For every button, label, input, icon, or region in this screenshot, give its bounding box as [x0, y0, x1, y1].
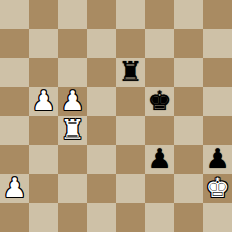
square-c3[interactable]: [58, 145, 87, 174]
white-pawn[interactable]: ♟: [2, 174, 26, 202]
square-b6[interactable]: [29, 58, 58, 87]
square-e5[interactable]: [116, 87, 145, 116]
square-g3[interactable]: [174, 145, 203, 174]
square-e7[interactable]: [116, 29, 145, 58]
square-c1[interactable]: [58, 203, 87, 232]
square-d2[interactable]: [87, 174, 116, 203]
square-h6[interactable]: [203, 58, 232, 87]
square-d1[interactable]: [87, 203, 116, 232]
square-g4[interactable]: [174, 116, 203, 145]
black-pawn[interactable]: ♟: [205, 145, 229, 173]
square-f1[interactable]: [145, 203, 174, 232]
square-b8[interactable]: [29, 0, 58, 29]
square-a2[interactable]: ♟: [0, 174, 29, 203]
square-d7[interactable]: [87, 29, 116, 58]
square-d8[interactable]: [87, 0, 116, 29]
square-f8[interactable]: [145, 0, 174, 29]
square-b1[interactable]: [29, 203, 58, 232]
square-c5[interactable]: ♟: [58, 87, 87, 116]
square-h3[interactable]: ♟: [203, 145, 232, 174]
chess-board: ♜♟♟♚♜♟♟♟♚: [0, 0, 232, 232]
square-c4[interactable]: ♜: [58, 116, 87, 145]
square-h1[interactable]: [203, 203, 232, 232]
square-g8[interactable]: [174, 0, 203, 29]
black-pawn[interactable]: ♟: [147, 145, 171, 173]
square-f3[interactable]: ♟: [145, 145, 174, 174]
black-king[interactable]: ♚: [147, 87, 171, 115]
square-h4[interactable]: [203, 116, 232, 145]
square-f5[interactable]: ♚: [145, 87, 174, 116]
square-c8[interactable]: [58, 0, 87, 29]
square-a3[interactable]: [0, 145, 29, 174]
square-g2[interactable]: [174, 174, 203, 203]
square-a1[interactable]: [0, 203, 29, 232]
square-a5[interactable]: [0, 87, 29, 116]
square-f4[interactable]: [145, 116, 174, 145]
square-d3[interactable]: [87, 145, 116, 174]
square-e8[interactable]: [116, 0, 145, 29]
square-f7[interactable]: [145, 29, 174, 58]
square-e3[interactable]: [116, 145, 145, 174]
square-h5[interactable]: [203, 87, 232, 116]
square-h8[interactable]: [203, 0, 232, 29]
square-c6[interactable]: [58, 58, 87, 87]
square-c7[interactable]: [58, 29, 87, 58]
square-f2[interactable]: [145, 174, 174, 203]
square-f6[interactable]: [145, 58, 174, 87]
square-b3[interactable]: [29, 145, 58, 174]
square-g1[interactable]: [174, 203, 203, 232]
white-rook[interactable]: ♜: [60, 116, 84, 144]
square-g6[interactable]: [174, 58, 203, 87]
square-e4[interactable]: [116, 116, 145, 145]
square-e2[interactable]: [116, 174, 145, 203]
square-e1[interactable]: [116, 203, 145, 232]
square-d6[interactable]: [87, 58, 116, 87]
square-d5[interactable]: [87, 87, 116, 116]
square-h2[interactable]: ♚: [203, 174, 232, 203]
square-b7[interactable]: [29, 29, 58, 58]
white-pawn[interactable]: ♟: [60, 87, 84, 115]
square-a8[interactable]: [0, 0, 29, 29]
square-a4[interactable]: [0, 116, 29, 145]
square-g5[interactable]: [174, 87, 203, 116]
black-rook[interactable]: ♜: [118, 58, 142, 86]
square-c2[interactable]: [58, 174, 87, 203]
square-d4[interactable]: [87, 116, 116, 145]
square-e6[interactable]: ♜: [116, 58, 145, 87]
square-b4[interactable]: [29, 116, 58, 145]
square-a6[interactable]: [0, 58, 29, 87]
white-pawn[interactable]: ♟: [31, 87, 55, 115]
square-a7[interactable]: [0, 29, 29, 58]
square-h7[interactable]: [203, 29, 232, 58]
square-b2[interactable]: [29, 174, 58, 203]
square-b5[interactable]: ♟: [29, 87, 58, 116]
white-king[interactable]: ♚: [205, 174, 229, 202]
square-g7[interactable]: [174, 29, 203, 58]
